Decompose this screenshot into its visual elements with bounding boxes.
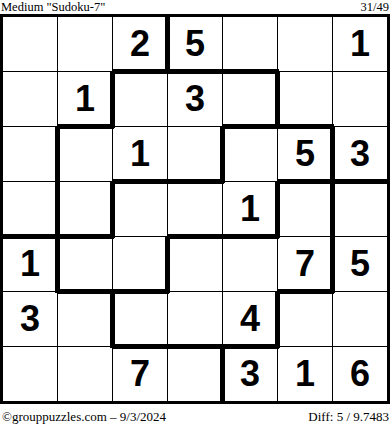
region-border-segment [167,179,224,184]
cell-r6c6[interactable] [278,292,332,346]
cell-r2c7[interactable] [333,72,387,126]
cell-r3c6[interactable]: 5 [278,127,332,181]
cell-r7c3[interactable]: 7 [113,347,167,401]
given-digit: 1 [75,78,95,120]
region-border-segment [277,124,334,129]
region-border-segment [55,236,60,293]
region-border-segment [330,181,335,238]
given-digit: 3 [185,78,205,120]
region-border-segment [112,179,169,184]
cell-r5c2[interactable] [58,237,112,291]
region-border-segment [222,344,279,349]
cell-r7c5[interactable]: 3 [223,347,277,401]
cell-r6c5[interactable]: 4 [223,292,277,346]
region-border-segment [55,181,60,238]
cell-r6c2[interactable] [58,292,112,346]
region-border-segment [167,69,224,74]
cell-r5c1[interactable]: 1 [3,237,57,291]
cell-r4c3[interactable] [113,182,167,236]
cell-r1c6[interactable] [278,17,332,71]
given-digit: 6 [350,353,370,395]
cell-r6c4[interactable] [168,292,222,346]
cell-r3c3[interactable]: 1 [113,127,167,181]
cell-r1c3[interactable]: 2 [113,17,167,71]
given-digit: 5 [185,23,205,65]
page-header: Medium "Sudoku-7" 31/49 [0,0,391,14]
region-border-segment [57,234,114,239]
page-footer: ©grouppuzzles.com – 9/3/2024 Diff: 5 / 9… [0,404,391,424]
region-border-segment [57,289,114,294]
region-border-segment [332,179,389,184]
region-border-segment [2,234,59,239]
cell-r1c2[interactable] [58,17,112,71]
cell-r2c4[interactable]: 3 [168,72,222,126]
given-digit: 1 [130,133,150,175]
cell-r4c1[interactable] [3,182,57,236]
cell-r5c6[interactable]: 7 [278,237,332,291]
region-border-segment [275,71,280,128]
cell-r4c4[interactable] [168,182,222,236]
page-number: 31/49 [361,0,389,14]
given-digit: 7 [295,243,315,285]
cell-r2c1[interactable] [3,72,57,126]
region-border-segment [112,344,169,349]
cell-r7c7[interactable]: 6 [333,347,387,401]
region-border-segment [277,289,334,294]
cell-r5c4[interactable] [168,237,222,291]
region-border-segment [110,181,115,238]
given-digit: 1 [295,353,315,395]
cell-r1c1[interactable] [3,17,57,71]
region-border-segment [275,181,280,238]
region-border-segment [222,69,279,74]
cell-r3c1[interactable] [3,127,57,181]
region-border-segment [165,236,170,293]
region-border-segment [330,126,335,183]
region-border-segment [222,124,279,129]
cell-r7c2[interactable] [58,347,112,401]
cell-r4c5[interactable]: 1 [223,182,277,236]
sudoku-board: 251131531175347316 [0,14,390,404]
region-border-segment [165,16,170,73]
cell-r6c3[interactable] [113,292,167,346]
region-border-segment [112,289,169,294]
cell-r2c6[interactable] [278,72,332,126]
region-border-segment [110,291,115,348]
given-digit: 3 [240,353,260,395]
puzzle-title: Medium "Sudoku-7" [1,0,105,14]
region-border-segment [222,234,279,239]
cell-r7c6[interactable]: 1 [278,347,332,401]
given-digit: 4 [240,298,260,340]
cell-r3c5[interactable] [223,127,277,181]
difficulty-text: Diff: 5 / 9.7483 [308,410,389,424]
given-digit: 3 [350,133,370,175]
given-digit: 2 [130,23,150,65]
given-digit: 7 [130,353,150,395]
region-border-segment [112,69,169,74]
cell-r6c7[interactable] [333,292,387,346]
region-border-segment [330,236,335,293]
cell-r1c5[interactable] [223,17,277,71]
cell-r5c3[interactable] [113,237,167,291]
given-digit: 5 [350,243,370,285]
cell-r1c4[interactable]: 5 [168,17,222,71]
cell-r3c7[interactable]: 3 [333,127,387,181]
region-border-segment [275,291,280,348]
region-border-segment [167,344,224,349]
cell-r2c5[interactable] [223,72,277,126]
cell-r1c7[interactable]: 1 [333,17,387,71]
given-digit: 1 [20,243,40,285]
cell-r3c4[interactable] [168,127,222,181]
region-border-segment [167,234,224,239]
given-digit: 1 [240,188,260,230]
cell-r2c2[interactable]: 1 [58,72,112,126]
cell-r7c4[interactable] [168,347,222,401]
cell-r7c1[interactable] [3,347,57,401]
cell-r6c1[interactable]: 3 [3,292,57,346]
cell-r5c5[interactable] [223,237,277,291]
region-border-segment [110,71,115,128]
region-border-segment [220,346,225,403]
cell-r3c2[interactable] [58,127,112,181]
sudoku-page: Medium "Sudoku-7" 31/49 2511315311753473… [0,0,391,426]
cell-r2c3[interactable] [113,72,167,126]
region-border-segment [55,126,60,183]
given-digit: 5 [295,133,315,175]
region-border-segment [277,179,334,184]
cell-r4c6[interactable] [278,182,332,236]
copyright-text: ©grouppuzzles.com – 9/3/2024 [2,410,166,424]
cell-r4c2[interactable] [58,182,112,236]
region-border-segment [220,126,225,183]
given-digit: 1 [350,23,370,65]
region-border-segment [57,124,114,129]
cell-r4c7[interactable] [333,182,387,236]
cell-r5c7[interactable]: 5 [333,237,387,291]
given-digit: 3 [20,298,40,340]
